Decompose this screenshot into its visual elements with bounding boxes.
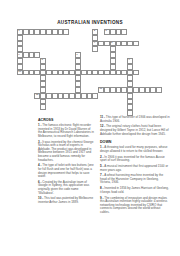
clue-item-number: 12 -	[100, 124, 106, 128]
clue-item-number: 3 -	[38, 140, 42, 144]
clue-item: 1 - A throwing tool used for many purpos…	[100, 146, 170, 153]
clue-item: 6 - Created by the Australian team of Go…	[38, 181, 95, 195]
clue-item: 4 - The type of toilet with two buttons …	[38, 164, 95, 178]
worksheet-page: AUSTRALIAN INVENTIONS 123456789101112 AC…	[0, 0, 180, 256]
page-title: AUSTRALIAN INVENTIONS	[0, 20, 180, 25]
down-heading: DOWN	[100, 140, 170, 144]
across-heading: ACROSS	[38, 118, 95, 122]
clue-number: 6	[18, 53, 19, 56]
clue-item-number: 7 -	[100, 173, 104, 177]
clue-item: 12 - The original rotary clothes hoist h…	[100, 125, 170, 136]
clue-number: 8	[41, 58, 42, 61]
clue-item-number: 8 -	[100, 186, 104, 190]
clue-number: 1	[18, 29, 19, 32]
clue-item: 1 - The famous electronic flight recorde…	[38, 124, 95, 138]
across-clues-list: 1 - The famous electronic flight recorde…	[38, 124, 95, 205]
clue-number: 5	[111, 41, 112, 44]
clue-item: 3 - It was invented by the chemist Georg…	[38, 141, 95, 163]
clue-item-number: 4 -	[38, 163, 42, 167]
clue-number: 2	[94, 29, 95, 32]
clue-item-number: 1 -	[38, 123, 42, 127]
down-clues-list: 1 - A throwing tool used for many purpos…	[100, 146, 170, 214]
clue-item-number: 2 -	[100, 155, 104, 159]
clue-item: 11 - This type of harvester of 1906 was …	[100, 116, 170, 123]
clue-item: 7 - A wheat harvesting machine invented …	[100, 174, 170, 185]
clue-item-number: 5 -	[100, 164, 104, 168]
down-clues-column: 11 - This type of harvester of 1906 was …	[100, 116, 170, 217]
clue-number: 12	[36, 93, 39, 96]
clue-item: 5 - A musical instrument that first appe…	[100, 165, 170, 172]
clue-item-number: 10 -	[38, 196, 44, 200]
clue-number: 4	[94, 41, 95, 44]
across-clues-column: ACROSS 1 - The famous electronic flight …	[38, 118, 95, 207]
clue-item-number: 1 -	[100, 145, 104, 149]
clue-number: 10	[18, 70, 21, 73]
clue-item-number: 9 -	[100, 196, 104, 200]
clue-number: 3	[105, 29, 106, 32]
clue-number: 9	[128, 58, 129, 61]
clue-number: 11	[99, 87, 102, 90]
clue-item: 8 - Invented in 1856 by James Harrison o…	[100, 187, 170, 194]
across-clues-continued: 11 - This type of harvester of 1906 was …	[100, 116, 170, 136]
clue-item-number: 11 -	[100, 115, 106, 119]
clue-item-number: 6 -	[38, 180, 42, 184]
clue-item: 2 - In 1906 it was invented for the famo…	[100, 156, 170, 163]
crossword-grid: 123456789101112	[17, 29, 162, 116]
clue-number: 7	[76, 53, 77, 56]
clue-item: 9 - The combining of innovation and desi…	[100, 197, 170, 215]
clue-item: 10 - This tool was patented by Melbourne…	[38, 197, 95, 204]
